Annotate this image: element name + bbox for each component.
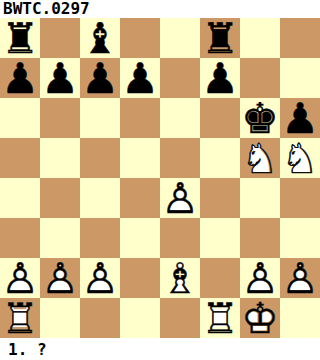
square-b7[interactable]: ♟ [40, 58, 80, 98]
black-pawn: ♟ [40, 58, 80, 98]
square-h7[interactable] [280, 58, 320, 98]
white-pawn: ♟♙ [40, 258, 80, 298]
square-c5[interactable] [80, 138, 120, 178]
square-h4[interactable] [280, 178, 320, 218]
square-c3[interactable] [80, 218, 120, 258]
square-e2[interactable]: ♝♗ [160, 258, 200, 298]
white-pawn: ♟♙ [240, 258, 280, 298]
square-e3[interactable] [160, 218, 200, 258]
square-h2[interactable]: ♟♙ [280, 258, 320, 298]
square-a6[interactable] [0, 98, 40, 138]
square-c4[interactable] [80, 178, 120, 218]
square-c8[interactable]: ♝ [80, 18, 120, 58]
square-h6[interactable]: ♟ [280, 98, 320, 138]
square-a2[interactable]: ♟♙ [0, 258, 40, 298]
square-f4[interactable] [200, 178, 240, 218]
black-pawn: ♟ [0, 58, 40, 98]
square-f5[interactable] [200, 138, 240, 178]
black-pawn: ♟ [80, 58, 120, 98]
square-c2[interactable]: ♟♙ [80, 258, 120, 298]
square-f7[interactable]: ♟ [200, 58, 240, 98]
square-b2[interactable]: ♟♙ [40, 258, 80, 298]
white-bishop: ♝♗ [160, 258, 200, 298]
white-rook: ♜♖ [0, 298, 40, 338]
square-d8[interactable] [120, 18, 160, 58]
square-d7[interactable]: ♟ [120, 58, 160, 98]
square-e8[interactable] [160, 18, 200, 58]
square-h8[interactable] [280, 18, 320, 58]
black-king: ♚ [240, 98, 280, 138]
black-pawn: ♟ [280, 98, 320, 138]
square-h3[interactable] [280, 218, 320, 258]
square-f1[interactable]: ♜♖ [200, 298, 240, 338]
square-c1[interactable] [80, 298, 120, 338]
white-knight: ♞♘ [280, 138, 320, 178]
white-pawn: ♟♙ [80, 258, 120, 298]
square-f6[interactable] [200, 98, 240, 138]
black-bishop: ♝ [80, 18, 120, 58]
square-g4[interactable] [240, 178, 280, 218]
square-g5[interactable]: ♞♘ [240, 138, 280, 178]
square-a1[interactable]: ♜♖ [0, 298, 40, 338]
square-d1[interactable] [120, 298, 160, 338]
white-knight: ♞♘ [240, 138, 280, 178]
square-b4[interactable] [40, 178, 80, 218]
square-h1[interactable] [280, 298, 320, 338]
square-d6[interactable] [120, 98, 160, 138]
square-a7[interactable]: ♟ [0, 58, 40, 98]
square-b3[interactable] [40, 218, 80, 258]
white-king: ♚♔ [240, 298, 280, 338]
white-pawn: ♟♙ [160, 178, 200, 218]
square-g3[interactable] [240, 218, 280, 258]
square-a4[interactable] [0, 178, 40, 218]
square-h5[interactable]: ♞♘ [280, 138, 320, 178]
square-d2[interactable] [120, 258, 160, 298]
square-f8[interactable]: ♜ [200, 18, 240, 58]
white-rook: ♜♖ [200, 298, 240, 338]
square-b8[interactable] [40, 18, 80, 58]
square-b1[interactable] [40, 298, 80, 338]
square-g6[interactable]: ♚ [240, 98, 280, 138]
square-g8[interactable] [240, 18, 280, 58]
square-g2[interactable]: ♟♙ [240, 258, 280, 298]
white-pawn: ♟♙ [0, 258, 40, 298]
puzzle-id: BWTC.0297 [0, 0, 320, 18]
square-g1[interactable]: ♚♔ [240, 298, 280, 338]
square-c7[interactable]: ♟ [80, 58, 120, 98]
square-a3[interactable] [0, 218, 40, 258]
square-d3[interactable] [120, 218, 160, 258]
square-d5[interactable] [120, 138, 160, 178]
square-e4[interactable]: ♟♙ [160, 178, 200, 218]
square-a5[interactable] [0, 138, 40, 178]
square-e6[interactable] [160, 98, 200, 138]
square-f2[interactable] [200, 258, 240, 298]
square-e1[interactable] [160, 298, 200, 338]
square-g7[interactable] [240, 58, 280, 98]
square-e5[interactable] [160, 138, 200, 178]
square-a8[interactable]: ♜ [0, 18, 40, 58]
black-rook: ♜ [0, 18, 40, 58]
square-d4[interactable] [120, 178, 160, 218]
square-c6[interactable] [80, 98, 120, 138]
black-pawn: ♟ [200, 58, 240, 98]
chess-board: ♜♝♜♟♟♟♟♟♚♟♞♘♞♘♟♙♟♙♟♙♟♙♝♗♟♙♟♙♜♖♜♖♚♔ [0, 18, 320, 338]
white-pawn: ♟♙ [280, 258, 320, 298]
square-f3[interactable] [200, 218, 240, 258]
square-b5[interactable] [40, 138, 80, 178]
square-e7[interactable] [160, 58, 200, 98]
black-rook: ♜ [200, 18, 240, 58]
black-pawn: ♟ [120, 58, 160, 98]
square-b6[interactable] [40, 98, 80, 138]
